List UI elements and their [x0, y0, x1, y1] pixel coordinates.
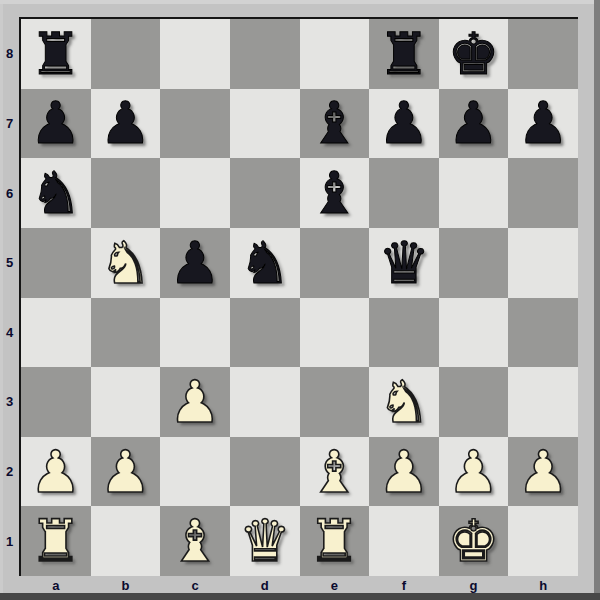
file-label-a: a	[21, 576, 91, 594]
rank-label-4: 4	[0, 298, 19, 368]
piece-white-queen: ♛︎	[239, 512, 291, 570]
square-e3[interactable]	[300, 367, 370, 437]
square-g8[interactable]: ♚︎	[439, 19, 509, 89]
square-f6[interactable]	[369, 158, 439, 228]
square-e5[interactable]	[300, 228, 370, 298]
square-e6[interactable]: ♝︎	[300, 158, 370, 228]
square-a8[interactable]: ♜︎	[21, 19, 91, 89]
square-a5[interactable]	[21, 228, 91, 298]
file-labels: a b c d e f g h	[21, 576, 578, 594]
square-g6[interactable]	[439, 158, 509, 228]
piece-black-knight: ♞︎	[239, 234, 291, 292]
square-e8[interactable]	[300, 19, 370, 89]
square-e1[interactable]: ♜︎	[300, 506, 370, 576]
piece-black-king: ♚︎	[448, 25, 500, 83]
piece-white-knight: ♞︎	[99, 234, 151, 292]
square-h5[interactable]	[508, 228, 578, 298]
square-a1[interactable]: ♜︎	[21, 506, 91, 576]
square-d5[interactable]: ♞︎	[230, 228, 300, 298]
square-d4[interactable]	[230, 298, 300, 368]
square-b3[interactable]	[91, 367, 161, 437]
square-h1[interactable]	[508, 506, 578, 576]
piece-black-rook: ♜︎	[30, 25, 82, 83]
square-e7[interactable]: ♝︎	[300, 89, 370, 159]
piece-white-king: ♚︎	[448, 512, 500, 570]
piece-white-pawn: ♟︎	[99, 443, 151, 501]
rank-label-1: 1	[0, 506, 19, 576]
rank-label-5: 5	[0, 228, 19, 298]
square-c6[interactable]	[160, 158, 230, 228]
piece-white-pawn: ♟︎	[448, 443, 500, 501]
square-g5[interactable]	[439, 228, 509, 298]
square-b8[interactable]	[91, 19, 161, 89]
file-label-d: d	[230, 576, 300, 594]
square-d8[interactable]	[230, 19, 300, 89]
piece-black-pawn: ♟︎	[99, 94, 151, 152]
rank-label-6: 6	[0, 158, 19, 228]
rank-label-2: 2	[0, 437, 19, 507]
square-h6[interactable]	[508, 158, 578, 228]
square-a3[interactable]	[21, 367, 91, 437]
piece-white-pawn: ♟︎	[378, 443, 430, 501]
file-label-g: g	[439, 576, 509, 594]
square-c7[interactable]	[160, 89, 230, 159]
rank-label-8: 8	[0, 19, 19, 89]
board-frame: 8 7 6 5 4 3 2 1 ♜︎♜︎♚︎♟︎♟︎♝︎♟︎♟︎♟︎♞︎♝︎♞︎…	[0, 0, 600, 600]
square-d3[interactable]	[230, 367, 300, 437]
square-f7[interactable]: ♟︎	[369, 89, 439, 159]
piece-white-bishop: ♝︎	[308, 443, 360, 501]
square-h4[interactable]	[508, 298, 578, 368]
square-c8[interactable]	[160, 19, 230, 89]
square-b6[interactable]	[91, 158, 161, 228]
square-a7[interactable]: ♟︎	[21, 89, 91, 159]
square-e2[interactable]: ♝︎	[300, 437, 370, 507]
square-h3[interactable]	[508, 367, 578, 437]
piece-black-pawn: ♟︎	[378, 94, 430, 152]
rank-labels: 8 7 6 5 4 3 2 1	[0, 19, 19, 576]
piece-white-bishop: ♝︎	[169, 512, 221, 570]
square-f3[interactable]: ♞︎	[369, 367, 439, 437]
square-c3[interactable]: ♟︎	[160, 367, 230, 437]
piece-white-knight: ♞︎	[378, 373, 430, 431]
square-b7[interactable]: ♟︎	[91, 89, 161, 159]
square-c5[interactable]: ♟︎	[160, 228, 230, 298]
square-a2[interactable]: ♟︎	[21, 437, 91, 507]
square-h7[interactable]: ♟︎	[508, 89, 578, 159]
square-d1[interactable]: ♛︎	[230, 506, 300, 576]
piece-black-knight: ♞︎	[30, 164, 82, 222]
square-a4[interactable]	[21, 298, 91, 368]
chess-board: ♜︎♜︎♚︎♟︎♟︎♝︎♟︎♟︎♟︎♞︎♝︎♞︎♟︎♞︎♛︎♟︎♞︎♟︎♟︎♝︎…	[19, 17, 578, 576]
square-c2[interactable]	[160, 437, 230, 507]
piece-white-rook: ♜︎	[30, 512, 82, 570]
piece-black-rook: ♜︎	[378, 25, 430, 83]
square-d6[interactable]	[230, 158, 300, 228]
square-g1[interactable]: ♚︎	[439, 506, 509, 576]
square-g7[interactable]: ♟︎	[439, 89, 509, 159]
square-b2[interactable]: ♟︎	[91, 437, 161, 507]
square-f1[interactable]	[369, 506, 439, 576]
piece-black-pawn: ♟︎	[30, 94, 82, 152]
piece-white-pawn: ♟︎	[169, 373, 221, 431]
square-c1[interactable]: ♝︎	[160, 506, 230, 576]
file-label-b: b	[91, 576, 161, 594]
square-b5[interactable]: ♞︎	[91, 228, 161, 298]
square-c4[interactable]	[160, 298, 230, 368]
square-g4[interactable]	[439, 298, 509, 368]
square-h8[interactable]	[508, 19, 578, 89]
file-label-c: c	[160, 576, 230, 594]
square-b1[interactable]	[91, 506, 161, 576]
square-g2[interactable]: ♟︎	[439, 437, 509, 507]
square-g3[interactable]	[439, 367, 509, 437]
file-label-h: h	[508, 576, 578, 594]
square-b4[interactable]	[91, 298, 161, 368]
square-a6[interactable]: ♞︎	[21, 158, 91, 228]
piece-white-pawn: ♟︎	[30, 443, 82, 501]
square-f4[interactable]	[369, 298, 439, 368]
square-h2[interactable]: ♟︎	[508, 437, 578, 507]
piece-white-pawn: ♟︎	[517, 443, 569, 501]
rank-label-7: 7	[0, 89, 19, 159]
piece-black-queen: ♛︎	[378, 234, 430, 292]
square-d7[interactable]	[230, 89, 300, 159]
square-d2[interactable]	[230, 437, 300, 507]
file-label-f: f	[369, 576, 439, 594]
file-label-e: e	[300, 576, 370, 594]
square-f8[interactable]: ♜︎	[369, 19, 439, 89]
piece-black-bishop: ♝︎	[308, 164, 360, 222]
square-e4[interactable]	[300, 298, 370, 368]
rank-label-3: 3	[0, 367, 19, 437]
piece-black-pawn: ♟︎	[169, 234, 221, 292]
square-f2[interactable]: ♟︎	[369, 437, 439, 507]
piece-black-pawn: ♟︎	[448, 94, 500, 152]
piece-black-pawn: ♟︎	[517, 94, 569, 152]
piece-white-rook: ♜︎	[308, 512, 360, 570]
square-f5[interactable]: ♛︎	[369, 228, 439, 298]
piece-black-bishop: ♝︎	[308, 94, 360, 152]
